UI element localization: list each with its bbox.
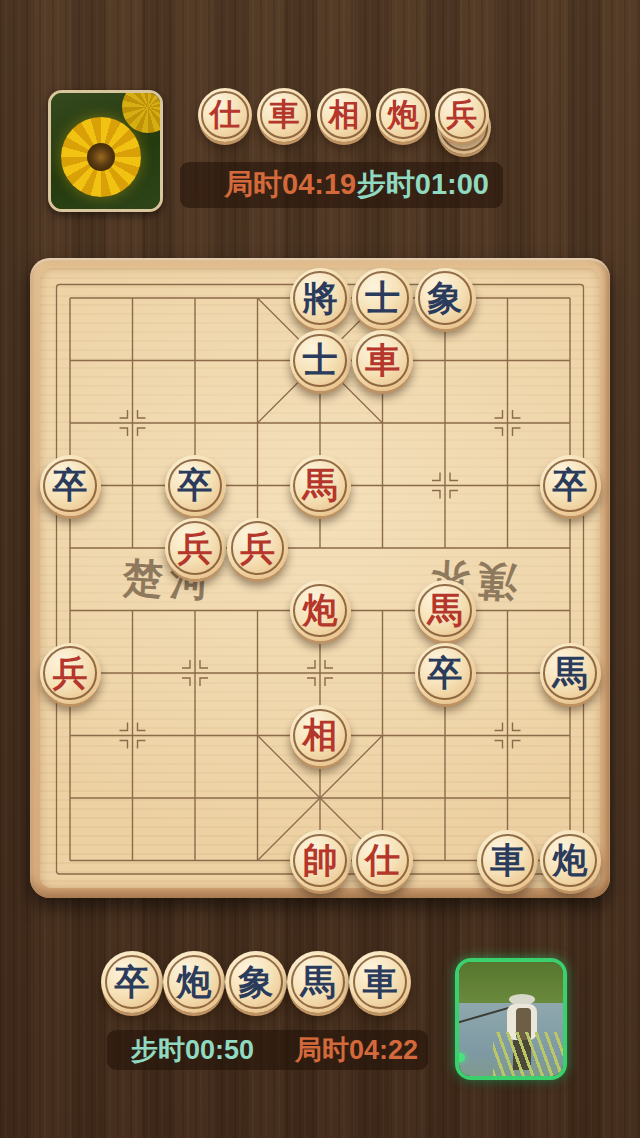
board-piece[interactable]: 相 — [290, 705, 351, 766]
captured-piece: 仕 — [198, 88, 252, 142]
bottom-timer-bar: 步时00:50 局时04:22 — [107, 1030, 428, 1070]
piece-glyph: 炮 — [290, 580, 351, 641]
piece-glyph: 卒 — [165, 455, 226, 516]
board-piece[interactable]: 士 — [352, 268, 413, 329]
piece-glyph: 炮 — [376, 88, 430, 142]
bottom-game-time: 局时04:22 — [295, 1032, 418, 1068]
board-piece[interactable]: 卒 — [165, 455, 226, 516]
xiangqi-game-screen: 仕 車 相 炮 兵 兵 局时04:19 步时01:00 楚河 漢界 將 士 象 … — [0, 0, 640, 1138]
piece-glyph: 卒 — [540, 455, 601, 516]
piece-glyph: 兵 — [227, 518, 288, 579]
board-piece[interactable]: 兵 — [227, 518, 288, 579]
captured-piece: 馬 — [287, 951, 349, 1013]
captured-piece: 兵 — [435, 88, 489, 142]
piece-glyph: 馬 — [415, 580, 476, 641]
bottom-player-avatar[interactable] — [455, 958, 567, 1080]
fishing-rod — [455, 1005, 514, 1024]
board-piece[interactable]: 馬 — [415, 580, 476, 641]
board-piece[interactable]: 車 — [352, 330, 413, 391]
captured-piece: 車 — [349, 951, 411, 1013]
board-piece[interactable]: 炮 — [540, 830, 601, 891]
piece-glyph: 卒 — [415, 643, 476, 704]
piece-glyph: 卒 — [101, 951, 163, 1013]
captured-piece: 車 — [257, 88, 311, 142]
board-piece[interactable]: 兵 — [40, 643, 101, 704]
piece-glyph: 兵 — [40, 643, 101, 704]
piece-glyph: 車 — [349, 951, 411, 1013]
piece-glyph: 仕 — [352, 830, 413, 891]
board-piece[interactable]: 車 — [477, 830, 538, 891]
piece-glyph: 馬 — [540, 643, 601, 704]
xiangqi-board[interactable]: 楚河 漢界 將 士 象 士 車 卒 卒 馬 卒 兵 兵 炮 馬 兵 卒 馬 相 … — [30, 258, 610, 898]
piece-glyph: 馬 — [287, 951, 349, 1013]
piece-glyph: 仕 — [198, 88, 252, 142]
piece-glyph: 相 — [317, 88, 371, 142]
turn-indicator-dot — [456, 1053, 465, 1062]
bottom-move-time: 步时00:50 — [131, 1032, 254, 1068]
piece-glyph: 兵 — [165, 518, 226, 579]
piece-glyph: 士 — [290, 330, 351, 391]
board-piece[interactable]: 兵 — [165, 518, 226, 579]
piece-glyph: 帥 — [290, 830, 351, 891]
board-piece[interactable]: 象 — [415, 268, 476, 329]
sunflower-petal-corner — [122, 90, 163, 133]
captured-piece: 炮 — [376, 88, 430, 142]
piece-glyph: 炮 — [540, 830, 601, 891]
top-captured-tray: 仕 車 相 炮 兵 兵 — [198, 86, 498, 158]
piece-glyph: 車 — [352, 330, 413, 391]
board-piece[interactable]: 士 — [290, 330, 351, 391]
board-piece[interactable]: 將 — [290, 268, 351, 329]
piece-glyph: 炮 — [163, 951, 225, 1013]
top-player-avatar[interactable] — [48, 90, 163, 212]
board-piece[interactable]: 炮 — [290, 580, 351, 641]
captured-piece: 象 — [225, 951, 287, 1013]
piece-glyph: 車 — [257, 88, 311, 142]
board-piece[interactable]: 仕 — [352, 830, 413, 891]
board-piece[interactable]: 帥 — [290, 830, 351, 891]
top-timer-bar: 局时04:19 步时01:00 — [180, 162, 503, 208]
piece-glyph: 馬 — [290, 455, 351, 516]
board-piece[interactable]: 卒 — [40, 455, 101, 516]
top-move-time: 步时01:00 — [357, 165, 489, 205]
piece-glyph: 士 — [352, 268, 413, 329]
board-piece[interactable]: 卒 — [415, 643, 476, 704]
piece-glyph: 象 — [415, 268, 476, 329]
piece-glyph: 車 — [477, 830, 538, 891]
piece-glyph: 將 — [290, 268, 351, 329]
top-game-time: 局时04:19 — [224, 165, 356, 205]
captured-piece: 卒 — [101, 951, 163, 1013]
board-piece[interactable]: 馬 — [290, 455, 351, 516]
board-piece[interactable]: 卒 — [540, 455, 601, 516]
piece-glyph: 兵 — [435, 88, 489, 142]
avatar-image — [459, 962, 563, 1076]
sunflower-center — [87, 143, 115, 171]
board-piece[interactable]: 馬 — [540, 643, 601, 704]
avatar-image — [51, 93, 160, 209]
board-grid[interactable]: 楚河 漢界 將 士 象 士 車 卒 卒 馬 卒 兵 兵 炮 馬 兵 卒 馬 相 … — [70, 298, 570, 861]
piece-glyph: 相 — [290, 705, 351, 766]
bottom-captured-tray: 卒 炮 象 馬 車 — [101, 949, 413, 1017]
captured-piece: 炮 — [163, 951, 225, 1013]
captured-piece: 相 — [317, 88, 371, 142]
grass — [493, 1032, 563, 1076]
piece-glyph: 卒 — [40, 455, 101, 516]
piece-glyph: 象 — [225, 951, 287, 1013]
